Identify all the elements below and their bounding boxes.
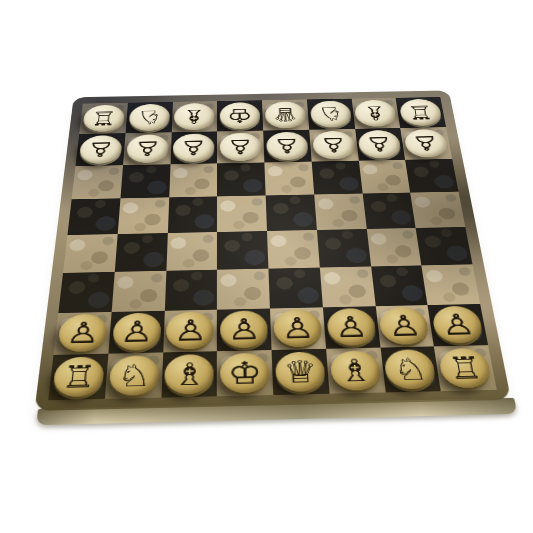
black-piece-b7: ♙ xyxy=(125,134,168,163)
square-d7: ♙ xyxy=(217,130,264,163)
piece-glyph: ♖ xyxy=(59,361,96,393)
white-piece-d1: ♔ xyxy=(220,353,269,394)
square-h4 xyxy=(415,227,472,265)
white-piece-b2: ♙ xyxy=(111,313,160,351)
black-piece-g8: ♗ xyxy=(354,100,397,127)
square-e5 xyxy=(265,195,316,231)
black-piece-h7: ♙ xyxy=(403,129,448,158)
square-a1: ♖ xyxy=(48,354,108,400)
square-d1: ♔ xyxy=(217,350,273,396)
piece-glyph: ♙ xyxy=(319,135,347,155)
square-a2: ♙ xyxy=(53,312,111,356)
square-a3 xyxy=(58,272,114,313)
black-piece-c7: ♙ xyxy=(172,133,214,162)
square-b1: ♘ xyxy=(104,353,162,399)
square-g3 xyxy=(370,265,427,306)
square-a7: ♙ xyxy=(75,133,125,166)
square-d6 xyxy=(217,162,265,196)
piece-glyph: ♕ xyxy=(282,356,318,387)
piece-glyph: ♙ xyxy=(64,318,100,348)
white-piece-d2: ♙ xyxy=(220,311,268,349)
piece-glyph: ♙ xyxy=(333,313,368,342)
square-g7: ♙ xyxy=(354,128,405,161)
square-c5 xyxy=(167,197,217,233)
white-piece-b1: ♘ xyxy=(108,355,159,396)
square-h7: ♙ xyxy=(400,127,452,159)
piece-glyph: ♗ xyxy=(336,355,373,386)
black-piece-f7: ♙ xyxy=(311,131,354,160)
black-piece-h8: ♖ xyxy=(398,99,442,126)
square-c3 xyxy=(164,270,217,311)
square-g8: ♗ xyxy=(351,98,400,129)
square-c6 xyxy=(168,163,216,197)
white-piece-a1: ♖ xyxy=(51,357,104,398)
square-d2: ♙ xyxy=(217,308,271,351)
white-piece-g2: ♙ xyxy=(378,307,430,345)
white-piece-h2: ♙ xyxy=(431,306,484,344)
piece-glyph: ♙ xyxy=(411,133,440,153)
square-d8: ♔ xyxy=(217,100,263,131)
piece-glyph: ♙ xyxy=(273,136,300,156)
square-e3 xyxy=(268,267,322,308)
square-c1: ♗ xyxy=(160,351,216,397)
piece-glyph: ♙ xyxy=(386,311,423,340)
square-e7: ♙ xyxy=(263,130,311,163)
square-f2: ♙ xyxy=(322,306,379,349)
piece-glyph: ♙ xyxy=(227,315,260,345)
square-f4 xyxy=(316,229,370,267)
square-c4 xyxy=(165,232,216,271)
square-c8: ♗ xyxy=(171,101,217,132)
square-a8: ♖ xyxy=(79,103,127,134)
square-b6 xyxy=(120,164,170,199)
piece-glyph: ♙ xyxy=(173,316,206,346)
piece-glyph: ♙ xyxy=(86,139,114,159)
square-a4 xyxy=(63,234,117,273)
square-e4 xyxy=(267,230,320,268)
piece-glyph: ♕ xyxy=(272,105,298,124)
piece-glyph: ♔ xyxy=(227,357,261,388)
square-g2: ♙ xyxy=(375,305,434,348)
square-d3 xyxy=(217,268,270,309)
white-piece-g1: ♘ xyxy=(383,349,437,389)
black-piece-d7: ♙ xyxy=(220,132,261,161)
white-piece-f2: ♙ xyxy=(325,308,376,346)
square-a6 xyxy=(71,165,122,200)
piece-glyph: ♖ xyxy=(406,103,434,122)
white-piece-h1: ♖ xyxy=(437,348,492,388)
black-piece-e8: ♕ xyxy=(264,101,305,128)
square-b7: ♙ xyxy=(122,132,170,165)
piece-glyph: ♗ xyxy=(181,107,207,126)
piece-glyph: ♙ xyxy=(227,136,253,156)
piece-glyph: ♖ xyxy=(90,109,117,128)
black-piece-f8: ♘ xyxy=(309,100,351,127)
white-piece-a2: ♙ xyxy=(57,314,108,352)
black-piece-c8: ♗ xyxy=(174,103,214,130)
piece-glyph: ♘ xyxy=(391,354,429,385)
piece-glyph: ♙ xyxy=(280,314,314,343)
square-g5 xyxy=(362,193,416,229)
square-h2: ♙ xyxy=(427,304,487,347)
square-b8: ♘ xyxy=(125,102,172,133)
square-c7: ♙ xyxy=(170,131,217,164)
piece-glyph: ♔ xyxy=(227,106,253,125)
square-h5 xyxy=(410,192,465,228)
square-h8: ♖ xyxy=(395,97,445,128)
white-piece-c2: ♙ xyxy=(166,312,214,350)
square-g1: ♘ xyxy=(380,347,441,393)
black-piece-b8: ♘ xyxy=(128,104,170,131)
square-h3 xyxy=(421,264,479,305)
square-f7: ♙ xyxy=(308,129,357,162)
white-piece-f1: ♗ xyxy=(329,350,381,390)
square-b4 xyxy=(114,233,167,272)
board-grid: ♖♘♗♔♕♘♗♖♙♙♙♙♙♙♙♙♙♙♙♙♙♙♙♙♖♘♗♔♕♗♘♖ xyxy=(48,97,497,400)
piece-glyph: ♙ xyxy=(180,137,206,157)
piece-glyph: ♘ xyxy=(135,108,161,127)
black-piece-e7: ♙ xyxy=(265,131,307,160)
square-b3 xyxy=(111,271,165,312)
square-e1: ♕ xyxy=(271,349,329,395)
square-f1: ♗ xyxy=(325,348,384,394)
square-f8: ♘ xyxy=(306,99,354,130)
slab-front-edge xyxy=(36,398,517,425)
piece-glyph: ♙ xyxy=(438,310,476,339)
board-tilt-wrapper: ♖♘♗♔♕♘♗♖♙♙♙♙♙♙♙♙♙♙♙♙♙♙♙♙♖♘♗♔♕♗♘♖ xyxy=(34,90,511,410)
piece-glyph: ♘ xyxy=(316,104,343,123)
square-c2: ♙ xyxy=(162,309,216,352)
black-piece-a8: ♖ xyxy=(82,105,125,132)
square-e8: ♕ xyxy=(262,99,309,130)
square-h1: ♖ xyxy=(434,345,497,391)
piece-glyph: ♙ xyxy=(119,317,154,347)
square-h6 xyxy=(405,159,458,193)
white-piece-e2: ♙ xyxy=(273,309,322,347)
piece-glyph: ♙ xyxy=(365,134,394,154)
piece-glyph: ♗ xyxy=(172,359,207,390)
piece-glyph: ♖ xyxy=(445,352,484,383)
square-g6 xyxy=(358,159,410,193)
black-piece-d8: ♔ xyxy=(219,102,259,129)
chess-set-photo: ♖♘♗♔♕♘♗♖♙♙♙♙♙♙♙♙♙♙♙♙♙♙♙♙♖♘♗♔♕♗♘♖ xyxy=(0,0,533,533)
white-piece-e1: ♕ xyxy=(274,352,325,392)
piece-glyph: ♙ xyxy=(133,138,160,158)
square-g4 xyxy=(366,228,421,266)
square-e6 xyxy=(264,161,314,195)
square-f5 xyxy=(313,194,365,230)
piece-glyph: ♗ xyxy=(361,104,389,123)
square-e2: ♙ xyxy=(269,307,325,350)
square-b5 xyxy=(117,198,168,235)
white-piece-c1: ♗ xyxy=(164,354,213,395)
square-d4 xyxy=(217,231,268,270)
black-piece-g7: ♙ xyxy=(357,130,401,159)
square-b2: ♙ xyxy=(108,310,164,353)
square-a5 xyxy=(67,199,120,236)
black-piece-a7: ♙ xyxy=(78,135,122,164)
chess-board: ♖♘♗♔♕♘♗♖♙♙♙♙♙♙♙♙♙♙♙♙♙♙♙♙♖♘♗♔♕♗♘♖ xyxy=(34,90,511,410)
square-f6 xyxy=(311,160,362,194)
square-f3 xyxy=(319,266,375,307)
piece-glyph: ♘ xyxy=(116,360,152,392)
square-d5 xyxy=(217,196,267,232)
